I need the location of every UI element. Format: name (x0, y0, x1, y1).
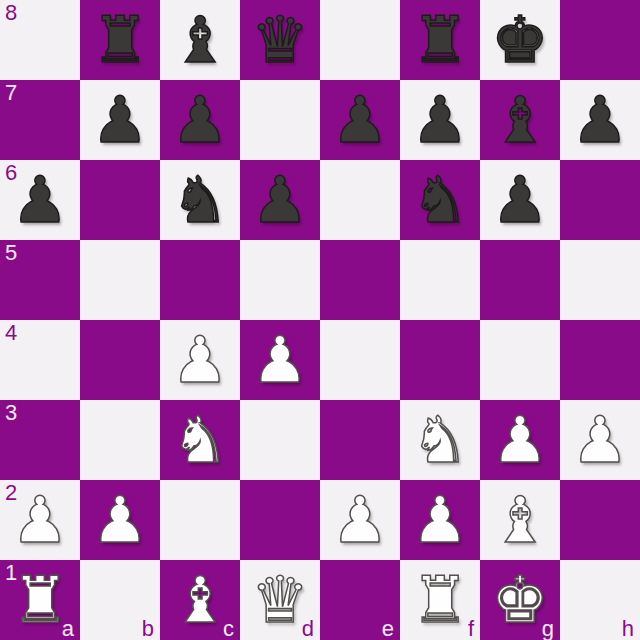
piece-white-knight[interactable]: ♞ (171, 400, 228, 480)
square-g8[interactable]: ♚ (480, 0, 560, 80)
piece-white-rook[interactable]: ♜ (411, 560, 468, 640)
square-h8[interactable] (560, 0, 640, 80)
piece-black-pawn[interactable]: ♟ (411, 80, 468, 160)
square-c2[interactable] (160, 480, 240, 560)
square-e3[interactable] (320, 400, 400, 480)
file-label-g: g (542, 617, 554, 640)
piece-white-king[interactable]: ♚ (491, 560, 548, 640)
square-a2[interactable]: 2♟ (0, 480, 80, 560)
square-a4[interactable]: 4 (0, 320, 80, 400)
piece-white-pawn[interactable]: ♟ (171, 320, 228, 400)
square-c5[interactable] (160, 240, 240, 320)
square-g6[interactable]: ♟ (480, 160, 560, 240)
piece-white-rook[interactable]: ♜ (11, 560, 68, 640)
square-a1[interactable]: 1a♜ (0, 560, 80, 640)
square-e6[interactable] (320, 160, 400, 240)
square-g1[interactable]: g♚ (480, 560, 560, 640)
square-d1[interactable]: d♛ (240, 560, 320, 640)
square-e1[interactable]: e (320, 560, 400, 640)
square-h7[interactable]: ♟ (560, 80, 640, 160)
piece-white-knight[interactable]: ♞ (411, 400, 468, 480)
square-b3[interactable] (80, 400, 160, 480)
piece-white-pawn[interactable]: ♟ (91, 480, 148, 560)
piece-white-pawn[interactable]: ♟ (491, 400, 548, 480)
square-h4[interactable] (560, 320, 640, 400)
square-d4[interactable]: ♟ (240, 320, 320, 400)
square-f8[interactable]: ♜ (400, 0, 480, 80)
square-b8[interactable]: ♜ (80, 0, 160, 80)
square-f6[interactable]: ♞ (400, 160, 480, 240)
square-d2[interactable] (240, 480, 320, 560)
piece-black-pawn[interactable]: ♟ (491, 160, 548, 240)
rank-label-5: 5 (5, 241, 17, 265)
square-h2[interactable] (560, 480, 640, 560)
piece-white-bishop[interactable]: ♝ (491, 480, 548, 560)
square-g4[interactable] (480, 320, 560, 400)
square-d6[interactable]: ♟ (240, 160, 320, 240)
chess-board: 8♜♝♛♜♚7♟♟♟♟♝♟6♟♞♟♞♟54♟♟3♞♞♟♟2♟♟♟♟♝1a♜bc♝… (0, 0, 640, 640)
square-a8[interactable]: 8 (0, 0, 80, 80)
piece-black-pawn[interactable]: ♟ (251, 160, 308, 240)
piece-white-pawn[interactable]: ♟ (251, 320, 308, 400)
piece-white-bishop[interactable]: ♝ (171, 560, 228, 640)
square-c7[interactable]: ♟ (160, 80, 240, 160)
square-c4[interactable]: ♟ (160, 320, 240, 400)
piece-white-queen[interactable]: ♛ (251, 560, 308, 640)
square-a5[interactable]: 5 (0, 240, 80, 320)
square-d8[interactable]: ♛ (240, 0, 320, 80)
file-label-b: b (142, 617, 154, 640)
rank-label-8: 8 (5, 1, 17, 25)
piece-black-king[interactable]: ♚ (491, 0, 548, 80)
square-f2[interactable]: ♟ (400, 480, 480, 560)
rank-label-1: 1 (5, 561, 17, 585)
square-e4[interactable] (320, 320, 400, 400)
square-b1[interactable]: b (80, 560, 160, 640)
square-f5[interactable] (400, 240, 480, 320)
square-a7[interactable]: 7 (0, 80, 80, 160)
square-h3[interactable]: ♟ (560, 400, 640, 480)
square-h5[interactable] (560, 240, 640, 320)
piece-black-knight[interactable]: ♞ (171, 160, 228, 240)
square-b6[interactable] (80, 160, 160, 240)
file-label-c: c (223, 617, 234, 640)
square-c3[interactable]: ♞ (160, 400, 240, 480)
square-e5[interactable] (320, 240, 400, 320)
piece-black-pawn[interactable]: ♟ (91, 80, 148, 160)
square-f4[interactable] (400, 320, 480, 400)
piece-black-pawn[interactable]: ♟ (11, 160, 68, 240)
piece-black-pawn[interactable]: ♟ (171, 80, 228, 160)
piece-white-pawn[interactable]: ♟ (411, 480, 468, 560)
square-a3[interactable]: 3 (0, 400, 80, 480)
rank-label-2: 2 (5, 481, 17, 505)
file-label-a: a (62, 617, 74, 640)
piece-black-pawn[interactable]: ♟ (571, 80, 628, 160)
piece-black-rook[interactable]: ♜ (411, 0, 468, 80)
square-c1[interactable]: c♝ (160, 560, 240, 640)
square-b2[interactable]: ♟ (80, 480, 160, 560)
file-label-h: h (622, 617, 634, 640)
square-f1[interactable]: f♜ (400, 560, 480, 640)
square-d5[interactable] (240, 240, 320, 320)
piece-black-pawn[interactable]: ♟ (331, 80, 388, 160)
piece-black-bishop[interactable]: ♝ (491, 80, 548, 160)
piece-black-rook[interactable]: ♜ (91, 0, 148, 80)
file-label-f: f (468, 617, 474, 640)
square-d3[interactable] (240, 400, 320, 480)
square-b5[interactable] (80, 240, 160, 320)
square-b4[interactable] (80, 320, 160, 400)
square-g5[interactable] (480, 240, 560, 320)
square-e2[interactable]: ♟ (320, 480, 400, 560)
square-a6[interactable]: 6♟ (0, 160, 80, 240)
square-f7[interactable]: ♟ (400, 80, 480, 160)
square-c6[interactable]: ♞ (160, 160, 240, 240)
square-e8[interactable] (320, 0, 400, 80)
square-g3[interactable]: ♟ (480, 400, 560, 480)
piece-black-bishop[interactable]: ♝ (171, 0, 228, 80)
rank-label-3: 3 (5, 401, 17, 425)
rank-label-6: 6 (5, 161, 17, 185)
piece-white-pawn[interactable]: ♟ (331, 480, 388, 560)
piece-black-knight[interactable]: ♞ (411, 160, 468, 240)
rank-label-4: 4 (5, 321, 17, 345)
file-label-d: d (302, 617, 314, 640)
square-d7[interactable] (240, 80, 320, 160)
square-g7[interactable]: ♝ (480, 80, 560, 160)
piece-white-pawn[interactable]: ♟ (11, 480, 68, 560)
square-b7[interactable]: ♟ (80, 80, 160, 160)
square-h6[interactable] (560, 160, 640, 240)
square-g2[interactable]: ♝ (480, 480, 560, 560)
piece-black-queen[interactable]: ♛ (251, 0, 308, 80)
square-h1[interactable]: h (560, 560, 640, 640)
square-c8[interactable]: ♝ (160, 0, 240, 80)
square-f3[interactable]: ♞ (400, 400, 480, 480)
piece-white-pawn[interactable]: ♟ (571, 400, 628, 480)
file-label-e: e (382, 617, 394, 640)
rank-label-7: 7 (5, 81, 17, 105)
square-e7[interactable]: ♟ (320, 80, 400, 160)
